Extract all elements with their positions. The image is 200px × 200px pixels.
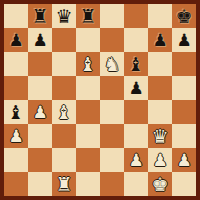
- square-b8[interactable]: ♜: [28, 4, 52, 28]
- black-bishop-f6[interactable]: ♝: [127, 52, 144, 76]
- square-f4[interactable]: [124, 100, 148, 124]
- white-queen-g3[interactable]: ♛: [151, 124, 168, 148]
- square-c2[interactable]: [52, 148, 76, 172]
- black-pawn-a7[interactable]: ♟: [8, 28, 23, 52]
- square-f3[interactable]: [124, 124, 148, 148]
- square-a8[interactable]: [4, 4, 28, 28]
- square-g1[interactable]: ♚: [148, 172, 172, 196]
- square-c1[interactable]: ♜: [52, 172, 76, 196]
- square-f1[interactable]: [124, 172, 148, 196]
- square-d6[interactable]: ♝: [76, 52, 100, 76]
- square-c4[interactable]: ♝: [52, 100, 76, 124]
- white-bishop-d6[interactable]: ♝: [79, 52, 96, 76]
- chessboard-screenshot: ♜♛♜♚♟♟♟♟♝♞♝♟♝♟♝♟♛♟♟♟♜♚: [0, 0, 200, 200]
- white-knight-e6[interactable]: ♞: [103, 52, 120, 76]
- black-king-h8[interactable]: ♚: [175, 4, 192, 28]
- square-b1[interactable]: [28, 172, 52, 196]
- black-pawn-h7[interactable]: ♟: [176, 28, 191, 52]
- square-c3[interactable]: [52, 124, 76, 148]
- square-e2[interactable]: [100, 148, 124, 172]
- white-rook-c1[interactable]: ♜: [55, 172, 72, 196]
- square-h7[interactable]: ♟: [172, 28, 196, 52]
- black-rook-d8[interactable]: ♜: [79, 4, 96, 28]
- square-d1[interactable]: [76, 172, 100, 196]
- square-f5[interactable]: ♟: [124, 76, 148, 100]
- black-pawn-b7[interactable]: ♟: [32, 28, 47, 52]
- black-bishop-a4[interactable]: ♝: [7, 100, 24, 124]
- white-king-g1[interactable]: ♚: [151, 172, 168, 196]
- square-c5[interactable]: [52, 76, 76, 100]
- black-pawn-g7[interactable]: ♟: [152, 28, 167, 52]
- chess-board: ♜♛♜♚♟♟♟♟♝♞♝♟♝♟♝♟♛♟♟♟♜♚: [4, 4, 196, 196]
- square-a1[interactable]: [4, 172, 28, 196]
- square-b6[interactable]: [28, 52, 52, 76]
- square-d4[interactable]: [76, 100, 100, 124]
- square-a2[interactable]: [4, 148, 28, 172]
- square-h8[interactable]: ♚: [172, 4, 196, 28]
- square-h1[interactable]: [172, 172, 196, 196]
- square-f6[interactable]: ♝: [124, 52, 148, 76]
- square-d5[interactable]: [76, 76, 100, 100]
- square-d8[interactable]: ♜: [76, 4, 100, 28]
- square-e7[interactable]: [100, 28, 124, 52]
- square-g7[interactable]: ♟: [148, 28, 172, 52]
- square-h5[interactable]: [172, 76, 196, 100]
- white-pawn-a3[interactable]: ♟: [8, 124, 23, 148]
- square-f7[interactable]: [124, 28, 148, 52]
- white-pawn-g2[interactable]: ♟: [152, 148, 167, 172]
- square-e3[interactable]: [100, 124, 124, 148]
- white-pawn-h2[interactable]: ♟: [176, 148, 191, 172]
- square-e6[interactable]: ♞: [100, 52, 124, 76]
- square-h6[interactable]: [172, 52, 196, 76]
- square-g4[interactable]: [148, 100, 172, 124]
- square-g8[interactable]: [148, 4, 172, 28]
- square-e1[interactable]: [100, 172, 124, 196]
- square-b2[interactable]: [28, 148, 52, 172]
- square-a7[interactable]: ♟: [4, 28, 28, 52]
- square-b3[interactable]: [28, 124, 52, 148]
- square-g3[interactable]: ♛: [148, 124, 172, 148]
- square-a3[interactable]: ♟: [4, 124, 28, 148]
- black-rook-b8[interactable]: ♜: [31, 4, 48, 28]
- square-b7[interactable]: ♟: [28, 28, 52, 52]
- square-e5[interactable]: [100, 76, 124, 100]
- square-e4[interactable]: [100, 100, 124, 124]
- square-f8[interactable]: [124, 4, 148, 28]
- square-h4[interactable]: [172, 100, 196, 124]
- square-a4[interactable]: ♝: [4, 100, 28, 124]
- square-h2[interactable]: ♟: [172, 148, 196, 172]
- black-pawn-f5[interactable]: ♟: [128, 76, 143, 100]
- white-pawn-f2[interactable]: ♟: [128, 148, 143, 172]
- square-b5[interactable]: [28, 76, 52, 100]
- square-e8[interactable]: [100, 4, 124, 28]
- square-d2[interactable]: [76, 148, 100, 172]
- square-a5[interactable]: [4, 76, 28, 100]
- square-g6[interactable]: [148, 52, 172, 76]
- square-c7[interactable]: [52, 28, 76, 52]
- square-f2[interactable]: ♟: [124, 148, 148, 172]
- square-b4[interactable]: ♟: [28, 100, 52, 124]
- square-h3[interactable]: [172, 124, 196, 148]
- square-g5[interactable]: [148, 76, 172, 100]
- square-g2[interactable]: ♟: [148, 148, 172, 172]
- square-c6[interactable]: [52, 52, 76, 76]
- black-queen-c8[interactable]: ♛: [55, 4, 72, 28]
- square-c8[interactable]: ♛: [52, 4, 76, 28]
- white-bishop-c4[interactable]: ♝: [55, 100, 72, 124]
- white-pawn-b4[interactable]: ♟: [32, 100, 47, 124]
- square-d7[interactable]: [76, 28, 100, 52]
- square-d3[interactable]: [76, 124, 100, 148]
- board-border: ♜♛♜♚♟♟♟♟♝♞♝♟♝♟♝♟♛♟♟♟♜♚: [0, 0, 200, 200]
- square-a6[interactable]: [4, 52, 28, 76]
